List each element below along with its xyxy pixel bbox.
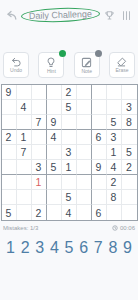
numpad-key-9[interactable]: 9 [123, 239, 132, 257]
erase-label: Erase [115, 68, 128, 73]
number-pad: 123456789 [0, 239, 138, 257]
cell-r1c5[interactable]: 2 [62, 85, 77, 100]
numpad-key-6[interactable]: 6 [79, 239, 88, 257]
cell-r9c3[interactable]: 2 [32, 205, 47, 220]
numpad-key-3[interactable]: 3 [35, 239, 44, 257]
sudoku-board: 92453795821463731535194212585246 [1, 84, 138, 221]
cell-r8c9[interactable] [122, 190, 137, 205]
cell-r1c9[interactable] [122, 85, 137, 100]
cell-r1c8[interactable] [107, 85, 122, 100]
cell-r8c3[interactable] [32, 190, 47, 205]
cell-r6c6[interactable] [77, 160, 92, 175]
cell-r1c2[interactable] [17, 85, 32, 100]
cell-r3c3[interactable]: 7 [32, 115, 47, 130]
cell-r6c8[interactable]: 4 [107, 160, 122, 175]
cell-r2c1[interactable] [2, 100, 17, 115]
cell-r3c5[interactable] [62, 115, 77, 130]
cell-r4c6[interactable] [77, 130, 92, 145]
numpad-key-4[interactable]: 4 [50, 239, 59, 257]
toolbar: Undo Hint Note Erase [0, 52, 138, 78]
cell-r2c8[interactable] [107, 100, 122, 115]
clock-icon [112, 225, 118, 231]
cell-r9c9[interactable] [122, 205, 137, 220]
cell-r3c1[interactable] [2, 115, 17, 130]
cell-r7c1[interactable] [2, 175, 17, 190]
cell-r5c9[interactable]: 5 [122, 145, 137, 160]
cell-r2c5[interactable]: 5 [62, 100, 77, 115]
cell-r4c2[interactable]: 1 [17, 130, 32, 145]
cell-r5c6[interactable] [77, 145, 92, 160]
cell-r2c3[interactable] [32, 100, 47, 115]
eraser-icon [116, 57, 127, 67]
cell-r5c8[interactable]: 1 [107, 145, 122, 160]
cell-r7c8[interactable]: 2 [107, 175, 122, 190]
cell-r6c2[interactable] [17, 160, 32, 175]
numpad-key-2[interactable]: 2 [21, 239, 30, 257]
timer-value: 00:06 [120, 225, 135, 231]
header: Daily Challenge [0, 5, 138, 25]
cell-r2c4[interactable] [47, 100, 62, 115]
numpad-key-7[interactable]: 7 [94, 239, 103, 257]
pencil-icon [81, 57, 92, 68]
cell-r6c1[interactable] [2, 160, 17, 175]
cell-r8c2[interactable] [17, 190, 32, 205]
cell-r3c8[interactable]: 5 [107, 115, 122, 130]
undo-button[interactable]: Undo [3, 52, 29, 78]
pause-icon[interactable] [120, 9, 133, 22]
note-badge [95, 50, 102, 57]
cell-r9c2[interactable] [17, 205, 32, 220]
cell-r5c7[interactable] [92, 145, 107, 160]
cell-r8c6[interactable] [77, 190, 92, 205]
cell-r1c4[interactable] [47, 85, 62, 100]
numpad-key-8[interactable]: 8 [108, 239, 117, 257]
cell-r7c6[interactable] [77, 175, 92, 190]
cell-r8c1[interactable] [2, 190, 17, 205]
cell-r6c3[interactable]: 3 [32, 160, 47, 175]
cell-r8c7[interactable] [92, 190, 107, 205]
cell-r4c9[interactable] [122, 130, 137, 145]
cell-r2c2[interactable]: 4 [17, 100, 32, 115]
cell-r9c5[interactable]: 4 [62, 205, 77, 220]
undo-icon [11, 57, 22, 67]
cell-r5c2[interactable]: 7 [17, 145, 32, 160]
cell-r2c6[interactable] [77, 100, 92, 115]
cell-r6c7[interactable]: 9 [92, 160, 107, 175]
note-label: Note [81, 69, 92, 74]
cell-r2c7[interactable] [92, 100, 107, 115]
status-row: Mistakes: 1/3 00:06 [0, 225, 138, 231]
cell-r3c9[interactable]: 8 [122, 115, 137, 130]
cell-r1c1[interactable]: 9 [2, 85, 17, 100]
cell-r3c6[interactable] [77, 115, 92, 130]
cell-r7c9[interactable] [122, 175, 137, 190]
cell-r5c4[interactable] [47, 145, 62, 160]
numpad-key-1[interactable]: 1 [6, 239, 15, 257]
cell-r7c4[interactable] [47, 175, 62, 190]
cell-r6c9[interactable]: 2 [122, 160, 137, 175]
note-button[interactable]: Note [74, 52, 100, 78]
mistakes-label: Mistakes: 1/3 [3, 225, 38, 231]
cell-r6c4[interactable]: 5 [47, 160, 62, 175]
cell-r5c5[interactable]: 3 [62, 145, 77, 160]
cell-r1c6[interactable] [77, 85, 92, 100]
cell-r9c6[interactable] [77, 205, 92, 220]
hint-button[interactable]: Hint [38, 52, 64, 78]
undo-label: Undo [10, 68, 22, 73]
cell-r4c3[interactable] [32, 130, 47, 145]
cell-r5c1[interactable] [2, 145, 17, 160]
erase-button[interactable]: Erase [109, 52, 135, 78]
cell-r9c7[interactable]: 6 [92, 205, 107, 220]
hint-label: Hint [47, 69, 56, 74]
cell-r8c4[interactable] [47, 190, 62, 205]
cell-r4c4[interactable]: 4 [47, 130, 62, 145]
cell-r3c7[interactable] [92, 115, 107, 130]
timer: 00:06 [112, 225, 135, 231]
cell-r9c4[interactable] [47, 205, 62, 220]
cell-r7c3[interactable]: 1 [32, 175, 47, 190]
hint-badge [59, 50, 66, 57]
trophy-icon[interactable] [103, 9, 116, 22]
cell-r5c3[interactable] [32, 145, 47, 160]
cell-r6c5[interactable]: 1 [62, 160, 77, 175]
cell-r3c2[interactable] [17, 115, 32, 130]
cell-r8c5[interactable]: 5 [62, 190, 77, 205]
cell-r7c5[interactable] [62, 175, 77, 190]
cell-r1c7[interactable] [92, 85, 107, 100]
cell-r2c9[interactable]: 3 [122, 100, 137, 115]
cell-r1c3[interactable] [32, 85, 47, 100]
cell-r4c1[interactable]: 2 [2, 130, 17, 145]
cell-r4c7[interactable]: 6 [92, 130, 107, 145]
cell-r9c8[interactable] [107, 205, 122, 220]
cell-r8c8[interactable]: 8 [107, 190, 122, 205]
cell-r3c4[interactable]: 9 [47, 115, 62, 130]
cell-r9c1[interactable]: 5 [2, 205, 17, 220]
back-icon[interactable] [5, 9, 18, 22]
bulb-icon [46, 57, 56, 68]
cell-r4c5[interactable] [62, 130, 77, 145]
cell-r4c8[interactable]: 3 [107, 130, 122, 145]
page-title: Daily Challenge [21, 7, 100, 24]
numpad-key-5[interactable]: 5 [65, 239, 74, 257]
cell-r7c7[interactable] [92, 175, 107, 190]
cell-r7c2[interactable] [17, 175, 32, 190]
